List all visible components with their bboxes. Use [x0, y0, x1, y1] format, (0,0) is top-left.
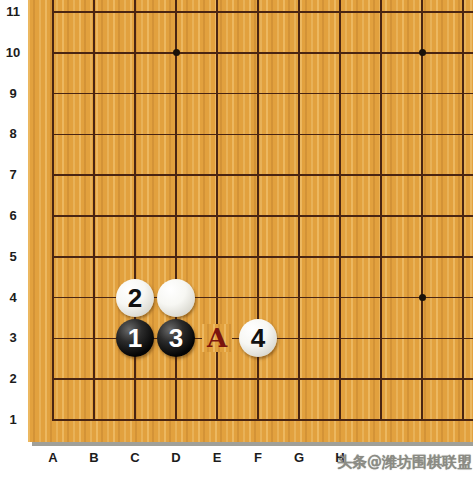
watermark-text: 头条@潍坊围棋联盟 — [337, 453, 472, 472]
grid-line-col-G — [298, 0, 300, 421]
col-label-G: G — [290, 450, 308, 466]
grid-line-col-E — [216, 0, 218, 421]
grid-line-row-10 — [52, 52, 473, 54]
row-label-4: 4 — [0, 290, 26, 306]
go-diagram-page: A2134 1110987654321 ABCDEFGH 头条@潍坊围棋联盟 — [0, 0, 473, 477]
stone-black-D3-move-3: 3 — [157, 319, 195, 357]
go-board: A2134 — [28, 0, 473, 442]
grid-line-row-8 — [52, 134, 473, 136]
grid-line-col-D — [175, 0, 177, 421]
col-label-E: E — [208, 450, 226, 466]
row-label-2: 2 — [0, 371, 26, 387]
point-label-E3-A: A — [202, 324, 232, 352]
star-point-K10 — [419, 49, 426, 56]
col-label-D: D — [167, 450, 185, 466]
row-label-11: 11 — [0, 4, 26, 20]
grid-line-col-B — [93, 0, 95, 421]
row-label-3: 3 — [0, 330, 26, 346]
star-point-D10 — [173, 49, 180, 56]
stone-white-F3-move-4: 4 — [239, 319, 277, 357]
grid-line-col-J — [380, 0, 382, 421]
grid-line-row-1 — [52, 419, 473, 422]
grid-line-col-K — [421, 0, 423, 421]
row-label-1: 1 — [0, 412, 26, 428]
grid-line-row-5 — [52, 256, 473, 258]
star-point-K4 — [419, 294, 426, 301]
col-label-C: C — [126, 450, 144, 466]
row-label-9: 9 — [0, 86, 26, 102]
grid-line-row-6 — [52, 215, 473, 217]
grid-line-row-7 — [52, 174, 473, 176]
grid-line-row-11 — [52, 11, 473, 13]
row-label-7: 7 — [0, 167, 26, 183]
col-label-B: B — [85, 450, 103, 466]
row-label-5: 5 — [0, 249, 26, 265]
stone-white-D4 — [157, 279, 195, 317]
grid-line-col-L — [462, 0, 464, 421]
grid-line-col-C — [134, 0, 136, 421]
grid-line-row-9 — [52, 93, 473, 95]
stone-white-C4-move-2: 2 — [116, 279, 154, 317]
grid-line-row-2 — [52, 378, 473, 380]
row-label-6: 6 — [0, 208, 26, 224]
stone-black-C3-move-1: 1 — [116, 319, 154, 357]
grid-line-col-F — [257, 0, 259, 421]
row-label-8: 8 — [0, 126, 26, 142]
col-label-F: F — [249, 450, 267, 466]
board-bottom-shadow — [32, 442, 473, 446]
grid-line-col-A — [52, 0, 54, 421]
row-label-10: 10 — [0, 45, 26, 61]
grid-line-col-H — [339, 0, 341, 421]
col-label-A: A — [44, 450, 62, 466]
